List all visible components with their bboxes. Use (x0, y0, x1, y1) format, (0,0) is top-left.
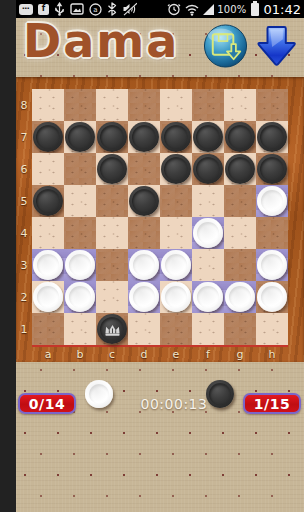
piece-black-man[interactable] (161, 154, 191, 184)
piece-black-man[interactable] (33, 186, 63, 216)
square-d6[interactable] (128, 153, 160, 185)
square-g3[interactable] (224, 249, 256, 281)
square-a7[interactable] (32, 121, 64, 153)
file-label-a: a (32, 347, 64, 362)
piece-black-king[interactable] (97, 314, 127, 344)
square-e7[interactable] (160, 121, 192, 153)
rank-label-8: 8 (16, 89, 32, 121)
svg-text:a: a (93, 6, 97, 14)
square-b3[interactable] (64, 249, 96, 281)
square-d7[interactable] (128, 121, 160, 153)
crown-icon (104, 322, 121, 337)
file-label-f: f (192, 347, 224, 362)
square-b8[interactable] (64, 89, 96, 121)
square-h8[interactable] (256, 89, 288, 121)
square-f7[interactable] (192, 121, 224, 153)
file-label-g: g (224, 347, 256, 362)
piece-black-man[interactable] (193, 154, 223, 184)
save-button[interactable] (203, 23, 248, 69)
piece-black-man[interactable] (161, 122, 191, 152)
square-f5[interactable] (192, 185, 224, 217)
app-screen: ⋯ f a (16, 0, 304, 512)
piece-white-man[interactable] (65, 250, 95, 280)
piece-black-man[interactable] (129, 186, 159, 216)
square-g7[interactable] (224, 121, 256, 153)
square-d8[interactable] (128, 89, 160, 121)
piece-black-man[interactable] (257, 154, 287, 184)
rank-label-7: 7 (16, 121, 32, 153)
square-e6[interactable] (160, 153, 192, 185)
square-f1[interactable] (192, 313, 224, 345)
piece-white-man[interactable] (33, 250, 63, 280)
square-e3[interactable] (160, 249, 192, 281)
square-f6[interactable] (192, 153, 224, 185)
square-a6[interactable] (32, 153, 64, 185)
square-h7[interactable] (256, 121, 288, 153)
piece-white-man[interactable] (257, 250, 287, 280)
square-e8[interactable] (160, 89, 192, 121)
piece-white-man[interactable] (193, 282, 223, 312)
file-label-c: c (96, 347, 128, 362)
system-icons: 100% 01:42 (167, 2, 301, 17)
square-f3[interactable] (192, 249, 224, 281)
clock-text: 01:42 (264, 2, 301, 17)
square-e1[interactable] (160, 313, 192, 345)
file-labels: abcdefgh (32, 347, 288, 362)
square-d4[interactable] (128, 217, 160, 249)
piece-white-man[interactable] (225, 282, 255, 312)
white-score-badge: 0/14 (18, 393, 76, 414)
square-d1[interactable] (128, 313, 160, 345)
file-label-b: b (64, 347, 96, 362)
square-c8[interactable] (96, 89, 128, 121)
chat-icon: ⋯ (19, 4, 33, 15)
battery-percent: 100% (217, 4, 246, 15)
signal-icon (203, 4, 214, 15)
square-h4[interactable] (256, 217, 288, 249)
square-h1[interactable] (256, 313, 288, 345)
piece-white-man[interactable] (257, 186, 287, 216)
piece-black-man[interactable] (193, 122, 223, 152)
square-e4[interactable] (160, 217, 192, 249)
square-h3[interactable] (256, 249, 288, 281)
square-c2[interactable] (96, 281, 128, 313)
rank-label-2: 2 (16, 281, 32, 313)
file-label-d: d (128, 347, 160, 362)
black-tray-piece (206, 380, 234, 408)
square-b5[interactable] (64, 185, 96, 217)
download-arrow-icon (254, 23, 299, 69)
piece-white-man[interactable] (161, 282, 191, 312)
square-c6[interactable] (96, 153, 128, 185)
square-e2[interactable] (160, 281, 192, 313)
app-header: Dama (16, 18, 304, 77)
piece-white-man[interactable] (257, 282, 287, 312)
piece-black-man[interactable] (257, 122, 287, 152)
board-frame: 87654321 abcdefgh (16, 77, 304, 362)
game-board[interactable] (32, 89, 288, 345)
save-icon (203, 23, 248, 69)
square-c5[interactable] (96, 185, 128, 217)
file-label-e: e (160, 347, 192, 362)
rank-label-4: 4 (16, 217, 32, 249)
facebook-icon: f (38, 4, 49, 15)
square-a5[interactable] (32, 185, 64, 217)
square-a1[interactable] (32, 313, 64, 345)
piece-black-man[interactable] (129, 122, 159, 152)
download-button[interactable] (254, 23, 299, 69)
rank-label-6: 6 (16, 153, 32, 185)
square-g2[interactable] (224, 281, 256, 313)
rank-labels: 87654321 (16, 89, 32, 345)
file-label-h: h (256, 347, 288, 362)
square-a2[interactable] (32, 281, 64, 313)
square-c7[interactable] (96, 121, 128, 153)
app-title: Dama (23, 14, 179, 68)
square-f2[interactable] (192, 281, 224, 313)
square-h5[interactable] (256, 185, 288, 217)
square-g1[interactable] (224, 313, 256, 345)
square-d5[interactable] (128, 185, 160, 217)
white-tray-piece (85, 380, 113, 408)
square-c1[interactable] (96, 313, 128, 345)
square-a8[interactable] (32, 89, 64, 121)
piece-white-man[interactable] (193, 218, 223, 248)
square-h6[interactable] (256, 153, 288, 185)
square-b4[interactable] (64, 217, 96, 249)
square-b7[interactable] (64, 121, 96, 153)
rank-label-1: 1 (16, 313, 32, 345)
square-b6[interactable] (64, 153, 96, 185)
square-g8[interactable] (224, 89, 256, 121)
piece-black-man[interactable] (225, 154, 255, 184)
square-g5[interactable] (224, 185, 256, 217)
square-g6[interactable] (224, 153, 256, 185)
square-a3[interactable] (32, 249, 64, 281)
piece-black-man[interactable] (225, 122, 255, 152)
rank-label-3: 3 (16, 249, 32, 281)
piece-white-man[interactable] (33, 282, 63, 312)
square-h2[interactable] (256, 281, 288, 313)
piece-white-man[interactable] (161, 250, 191, 280)
square-f4[interactable] (192, 217, 224, 249)
square-g4[interactable] (224, 217, 256, 249)
square-a4[interactable] (32, 217, 64, 249)
rank-label-5: 5 (16, 185, 32, 217)
square-c3[interactable] (96, 249, 128, 281)
square-c4[interactable] (96, 217, 128, 249)
piece-white-man[interactable] (129, 250, 159, 280)
score-tray: 0/14 00:00:13 1/15 (16, 362, 304, 512)
piece-black-man[interactable] (97, 154, 127, 184)
battery-icon (251, 3, 259, 16)
piece-black-man[interactable] (33, 122, 63, 152)
square-b1[interactable] (64, 313, 96, 345)
game-timer: 00:00:13 (136, 396, 212, 412)
square-b2[interactable] (64, 281, 96, 313)
square-f8[interactable] (192, 89, 224, 121)
square-e5[interactable] (160, 185, 192, 217)
piece-black-man[interactable] (97, 122, 127, 152)
black-score-badge: 1/15 (243, 393, 301, 414)
wifi-icon (184, 3, 200, 16)
piece-black-man[interactable] (65, 122, 95, 152)
square-d2[interactable] (128, 281, 160, 313)
piece-white-man[interactable] (129, 282, 159, 312)
square-d3[interactable] (128, 249, 160, 281)
piece-white-man[interactable] (65, 282, 95, 312)
